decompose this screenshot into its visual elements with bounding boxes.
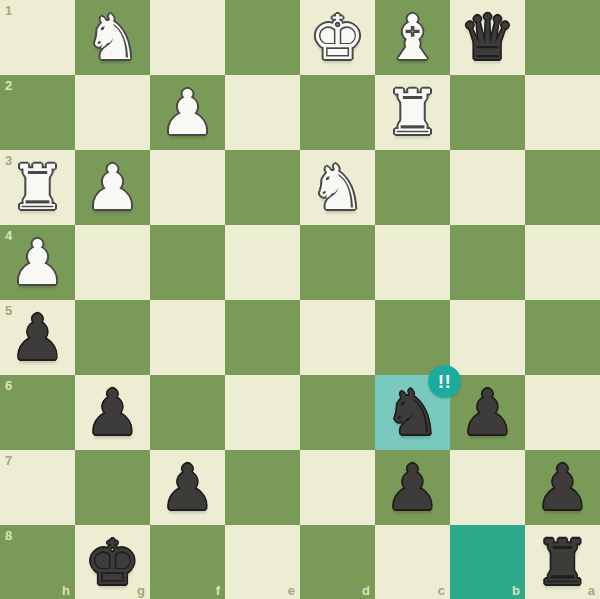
square-f4[interactable] <box>150 225 225 300</box>
file-label-f: f <box>216 583 220 598</box>
brilliant-move-badge: !! <box>428 365 461 398</box>
square-b2[interactable] <box>450 75 525 150</box>
rank-label-6: 6 <box>5 378 12 393</box>
white-king-d1[interactable]: ♚ <box>300 0 375 75</box>
square-g7[interactable] <box>75 450 150 525</box>
square-f6[interactable] <box>150 375 225 450</box>
rank-label-5: 5 <box>5 303 12 318</box>
square-g8[interactable]: g♚ <box>75 525 150 599</box>
square-e2[interactable] <box>225 75 300 150</box>
square-b3[interactable] <box>450 150 525 225</box>
square-d8[interactable]: d <box>300 525 375 599</box>
square-c8[interactable]: c <box>375 525 450 599</box>
square-a1[interactable] <box>525 0 600 75</box>
white-knight-d3[interactable]: ♞ <box>300 150 375 225</box>
square-b7[interactable] <box>450 450 525 525</box>
square-b6[interactable]: ♟ <box>450 375 525 450</box>
square-c2[interactable]: ♜ <box>375 75 450 150</box>
square-a7[interactable]: ♟ <box>525 450 600 525</box>
white-knight-g1[interactable]: ♞ <box>75 0 150 75</box>
square-c7[interactable]: ♟ <box>375 450 450 525</box>
square-a8[interactable]: a♜ <box>525 525 600 599</box>
square-a2[interactable] <box>525 75 600 150</box>
square-h3[interactable]: 3♜ <box>0 150 75 225</box>
square-d7[interactable] <box>300 450 375 525</box>
white-pawn-f2[interactable]: ♟ <box>150 75 225 150</box>
square-e5[interactable] <box>225 300 300 375</box>
black-pawn-b6[interactable]: ♟ <box>450 375 525 450</box>
black-pawn-a7[interactable]: ♟ <box>525 450 600 525</box>
rank-label-8: 8 <box>5 528 12 543</box>
white-rook-c2[interactable]: ♜ <box>375 75 450 150</box>
square-f2[interactable]: ♟ <box>150 75 225 150</box>
file-label-d: d <box>362 583 370 598</box>
square-f1[interactable] <box>150 0 225 75</box>
square-g5[interactable] <box>75 300 150 375</box>
square-b5[interactable] <box>450 300 525 375</box>
square-c1[interactable]: ♝ <box>375 0 450 75</box>
white-bishop-c1[interactable]: ♝ <box>375 0 450 75</box>
square-b8[interactable]: b <box>450 525 525 599</box>
rank-label-7: 7 <box>5 453 12 468</box>
square-f3[interactable] <box>150 150 225 225</box>
rank-label-1: 1 <box>5 3 12 18</box>
square-c4[interactable] <box>375 225 450 300</box>
square-h6[interactable]: 6 <box>0 375 75 450</box>
rank-label-3: 3 <box>5 153 12 168</box>
square-g3[interactable]: ♟ <box>75 150 150 225</box>
square-e6[interactable] <box>225 375 300 450</box>
square-g6[interactable]: ♟ <box>75 375 150 450</box>
square-g4[interactable] <box>75 225 150 300</box>
square-h8[interactable]: 8h <box>0 525 75 599</box>
square-h7[interactable]: 7 <box>0 450 75 525</box>
square-d4[interactable] <box>300 225 375 300</box>
square-e7[interactable] <box>225 450 300 525</box>
square-e8[interactable]: e <box>225 525 300 599</box>
file-label-c: c <box>438 583 445 598</box>
square-a4[interactable] <box>525 225 600 300</box>
square-f8[interactable]: f <box>150 525 225 599</box>
square-d5[interactable] <box>300 300 375 375</box>
square-c6[interactable]: ♞!! <box>375 375 450 450</box>
square-b4[interactable] <box>450 225 525 300</box>
square-c3[interactable] <box>375 150 450 225</box>
square-e1[interactable] <box>225 0 300 75</box>
file-label-a: a <box>588 583 595 598</box>
square-c5[interactable] <box>375 300 450 375</box>
square-e3[interactable] <box>225 150 300 225</box>
square-h1[interactable]: 1 <box>0 0 75 75</box>
square-a6[interactable] <box>525 375 600 450</box>
square-g1[interactable]: ♞ <box>75 0 150 75</box>
square-e4[interactable] <box>225 225 300 300</box>
square-d3[interactable]: ♞ <box>300 150 375 225</box>
square-f5[interactable] <box>150 300 225 375</box>
square-d6[interactable] <box>300 375 375 450</box>
rank-label-2: 2 <box>5 78 12 93</box>
square-h5[interactable]: 5♟ <box>0 300 75 375</box>
square-d2[interactable] <box>300 75 375 150</box>
square-d1[interactable]: ♚ <box>300 0 375 75</box>
square-a3[interactable] <box>525 150 600 225</box>
black-pawn-g6[interactable]: ♟ <box>75 375 150 450</box>
black-pawn-f7[interactable]: ♟ <box>150 450 225 525</box>
rank-label-4: 4 <box>5 228 12 243</box>
square-h2[interactable]: 2 <box>0 75 75 150</box>
square-f7[interactable]: ♟ <box>150 450 225 525</box>
black-queen-b1[interactable]: ♛ <box>450 0 525 75</box>
file-label-g: g <box>137 583 145 598</box>
file-label-e: e <box>288 583 295 598</box>
white-pawn-g3[interactable]: ♟ <box>75 150 150 225</box>
square-g2[interactable] <box>75 75 150 150</box>
square-a5[interactable] <box>525 300 600 375</box>
file-label-h: h <box>62 583 70 598</box>
square-h4[interactable]: 4♟ <box>0 225 75 300</box>
black-pawn-c7[interactable]: ♟ <box>375 450 450 525</box>
file-label-b: b <box>512 583 520 598</box>
chess-board: 1♞♚♝♛2♟♜3♜♟♞4♟5♟6♟♞!!♟7♟♟♟8hg♚fedcba♜ <box>0 0 600 599</box>
square-b1[interactable]: ♛ <box>450 0 525 75</box>
